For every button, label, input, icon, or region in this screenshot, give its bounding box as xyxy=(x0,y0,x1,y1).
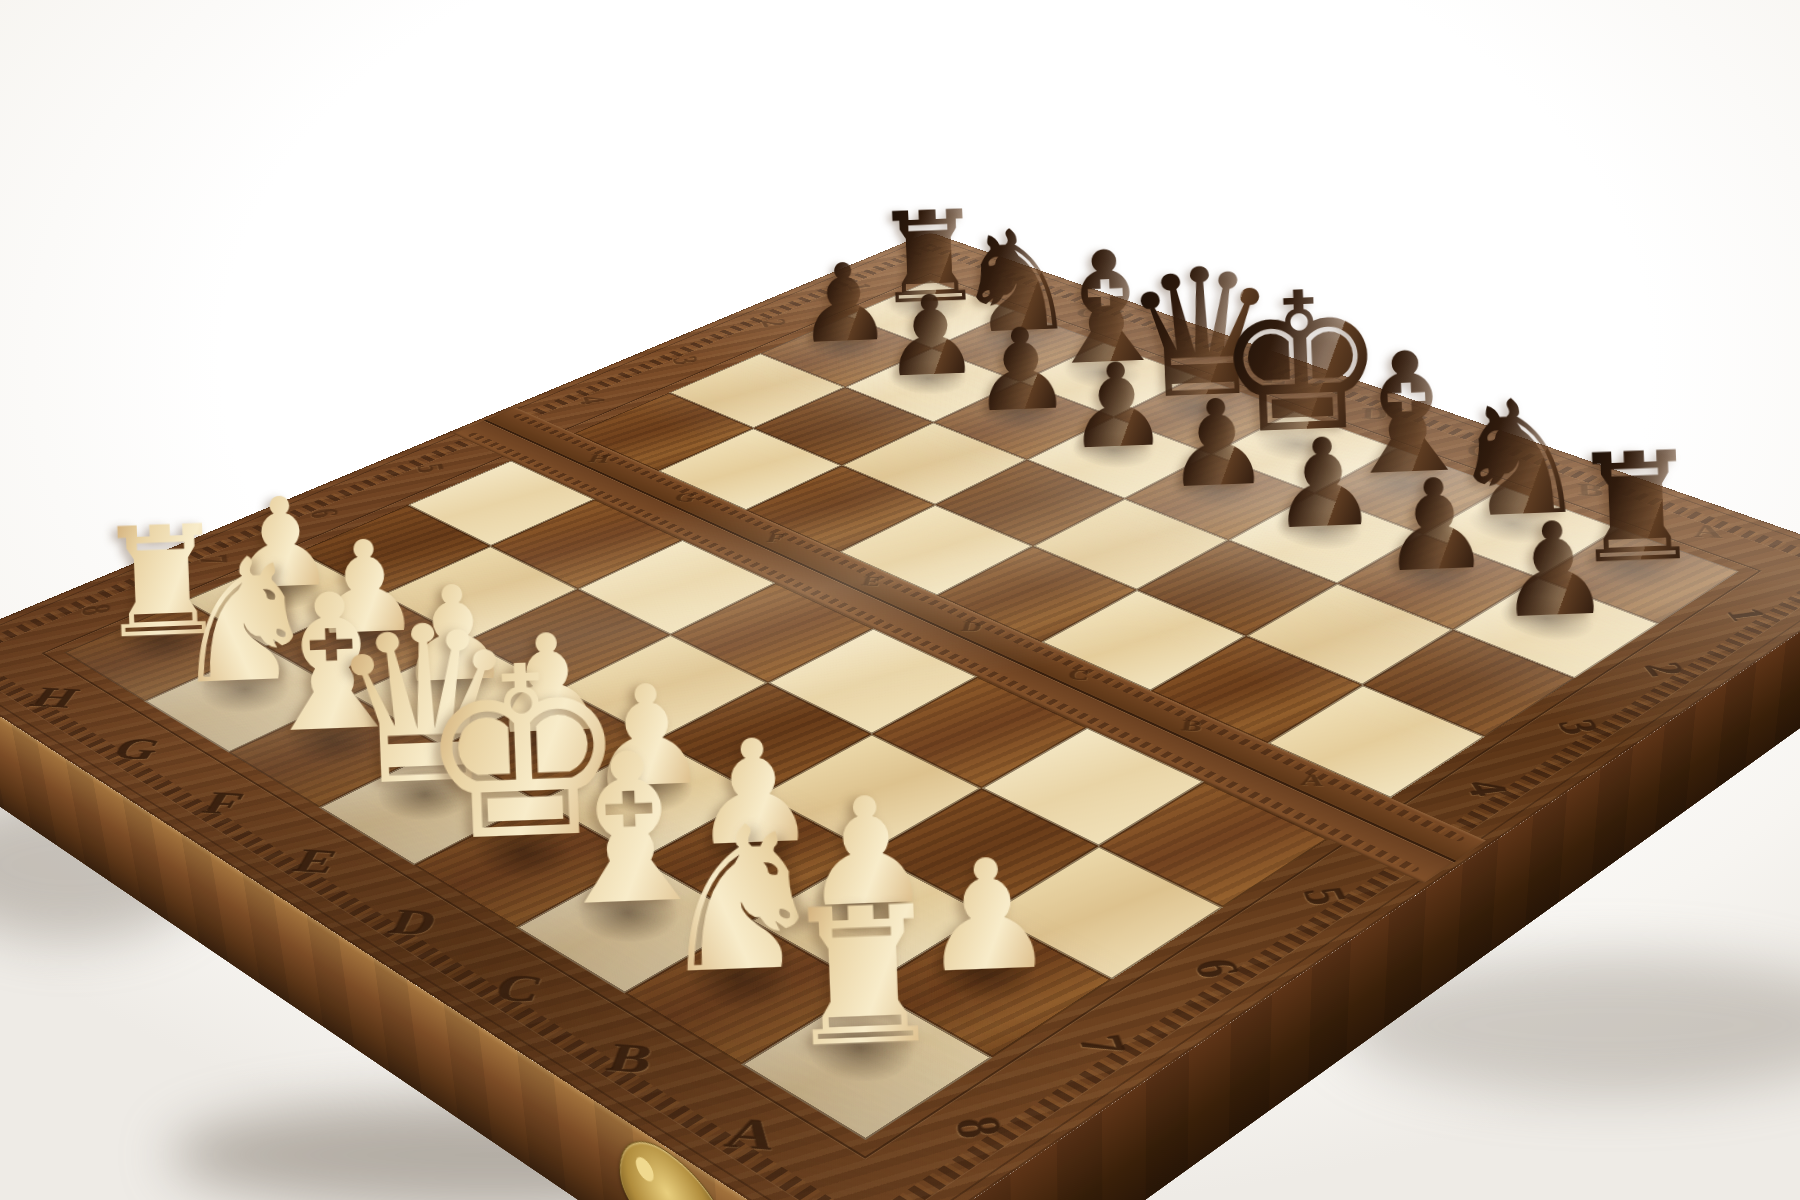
square-a4[interactable] xyxy=(1267,685,1485,799)
brass-latch xyxy=(614,1117,733,1200)
camera-tilt: ♜♜♞♞♝♝♛♛♚♚♝♝♞♞♜♜♟♟♟♟♟♟♟♟♟♟♟♟♟♟♟♟♟♟♟♟♟♟♟♟… xyxy=(0,0,1800,1200)
piece-glyph: ♟ xyxy=(1493,504,1613,637)
black-pawn-a2[interactable]: ♟♟ xyxy=(1426,303,1673,631)
chess-board: ♜♜♞♞♝♝♛♛♚♚♝♝♞♞♜♜♟♟♟♟♟♟♟♟♟♟♟♟♟♟♟♟♟♟♟♟♟♟♟♟… xyxy=(0,232,1800,1200)
piece-glyph: ♜ xyxy=(776,880,951,1074)
square-a8[interactable]: ♜♜ xyxy=(741,987,993,1141)
white-rook-a8[interactable]: ♜♜ xyxy=(708,665,1011,1066)
studio-scene: ♜♜♞♞♝♝♛♛♚♚♝♝♞♞♜♜♟♟♟♟♟♟♟♟♟♟♟♟♟♟♟♟♟♟♟♟♟♟♟♟… xyxy=(0,0,1800,1200)
studio-photo: { "game": "chess", "board": { "file_labe… xyxy=(0,0,1800,1200)
square-a2[interactable]: ♟♟ xyxy=(1453,578,1660,679)
